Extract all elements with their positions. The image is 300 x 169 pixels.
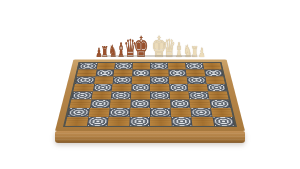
square-e6 (150, 76, 169, 83)
square-e5 (150, 84, 169, 92)
square-d7 (132, 69, 150, 76)
square-h6 (205, 76, 225, 83)
square-g1 (191, 117, 213, 126)
square-h1 (212, 117, 235, 126)
square-e1 (150, 117, 171, 126)
square-b6 (94, 76, 114, 83)
square-c4 (111, 91, 131, 99)
square-d6 (131, 76, 150, 83)
square-c2 (109, 108, 130, 117)
square-d8 (132, 63, 150, 70)
square-a6 (75, 76, 95, 83)
square-f6 (168, 76, 187, 83)
board-surface (65, 63, 235, 126)
square-e3 (150, 99, 170, 107)
square-g7 (186, 69, 205, 76)
board-front-edge (55, 131, 245, 143)
square-c3 (110, 99, 131, 107)
square-f1 (171, 117, 193, 126)
square-b2 (88, 108, 110, 117)
square-a7 (77, 69, 97, 76)
product-photo: ♟ ♜ ♞ ♝ ♛ ♚ ♚ ♛ ♝ ♞ ♜ ♟ (0, 0, 300, 169)
square-a5 (73, 84, 94, 92)
board-frame (55, 60, 245, 131)
square-a4 (71, 91, 92, 99)
square-b5 (92, 84, 112, 92)
square-g8 (185, 63, 204, 70)
square-e7 (150, 69, 168, 76)
square-b7 (95, 69, 114, 76)
square-f7 (168, 69, 187, 76)
square-h2 (210, 108, 232, 117)
square-a3 (69, 99, 91, 107)
square-h4 (208, 91, 229, 99)
square-f2 (170, 108, 191, 117)
square-d5 (131, 84, 150, 92)
square-d1 (129, 117, 150, 126)
square-b3 (90, 99, 111, 107)
square-a2 (67, 108, 89, 117)
square-d4 (130, 91, 150, 99)
square-g3 (189, 99, 210, 107)
square-b8 (96, 63, 115, 70)
square-g6 (187, 76, 207, 83)
square-b1 (86, 117, 108, 126)
square-f3 (170, 99, 191, 107)
chessboard (55, 57, 245, 143)
square-f5 (169, 84, 189, 92)
square-d2 (129, 108, 150, 117)
square-g2 (190, 108, 212, 117)
square-c1 (108, 117, 130, 126)
square-h3 (209, 99, 231, 107)
square-a8 (78, 63, 97, 70)
square-f8 (168, 63, 186, 70)
square-d3 (130, 99, 150, 107)
square-c8 (114, 63, 132, 70)
square-g5 (187, 84, 207, 92)
square-c6 (113, 76, 132, 83)
square-g4 (188, 91, 209, 99)
square-c7 (113, 69, 132, 76)
square-h8 (203, 63, 222, 70)
square-e8 (150, 63, 168, 70)
square-e4 (150, 91, 170, 99)
board-inner-trim (63, 62, 237, 127)
square-c5 (112, 84, 132, 92)
square-e2 (150, 108, 171, 117)
square-a1 (65, 117, 88, 126)
square-h5 (206, 84, 227, 92)
square-b4 (91, 91, 112, 99)
square-h7 (204, 69, 224, 76)
square-f4 (169, 91, 189, 99)
